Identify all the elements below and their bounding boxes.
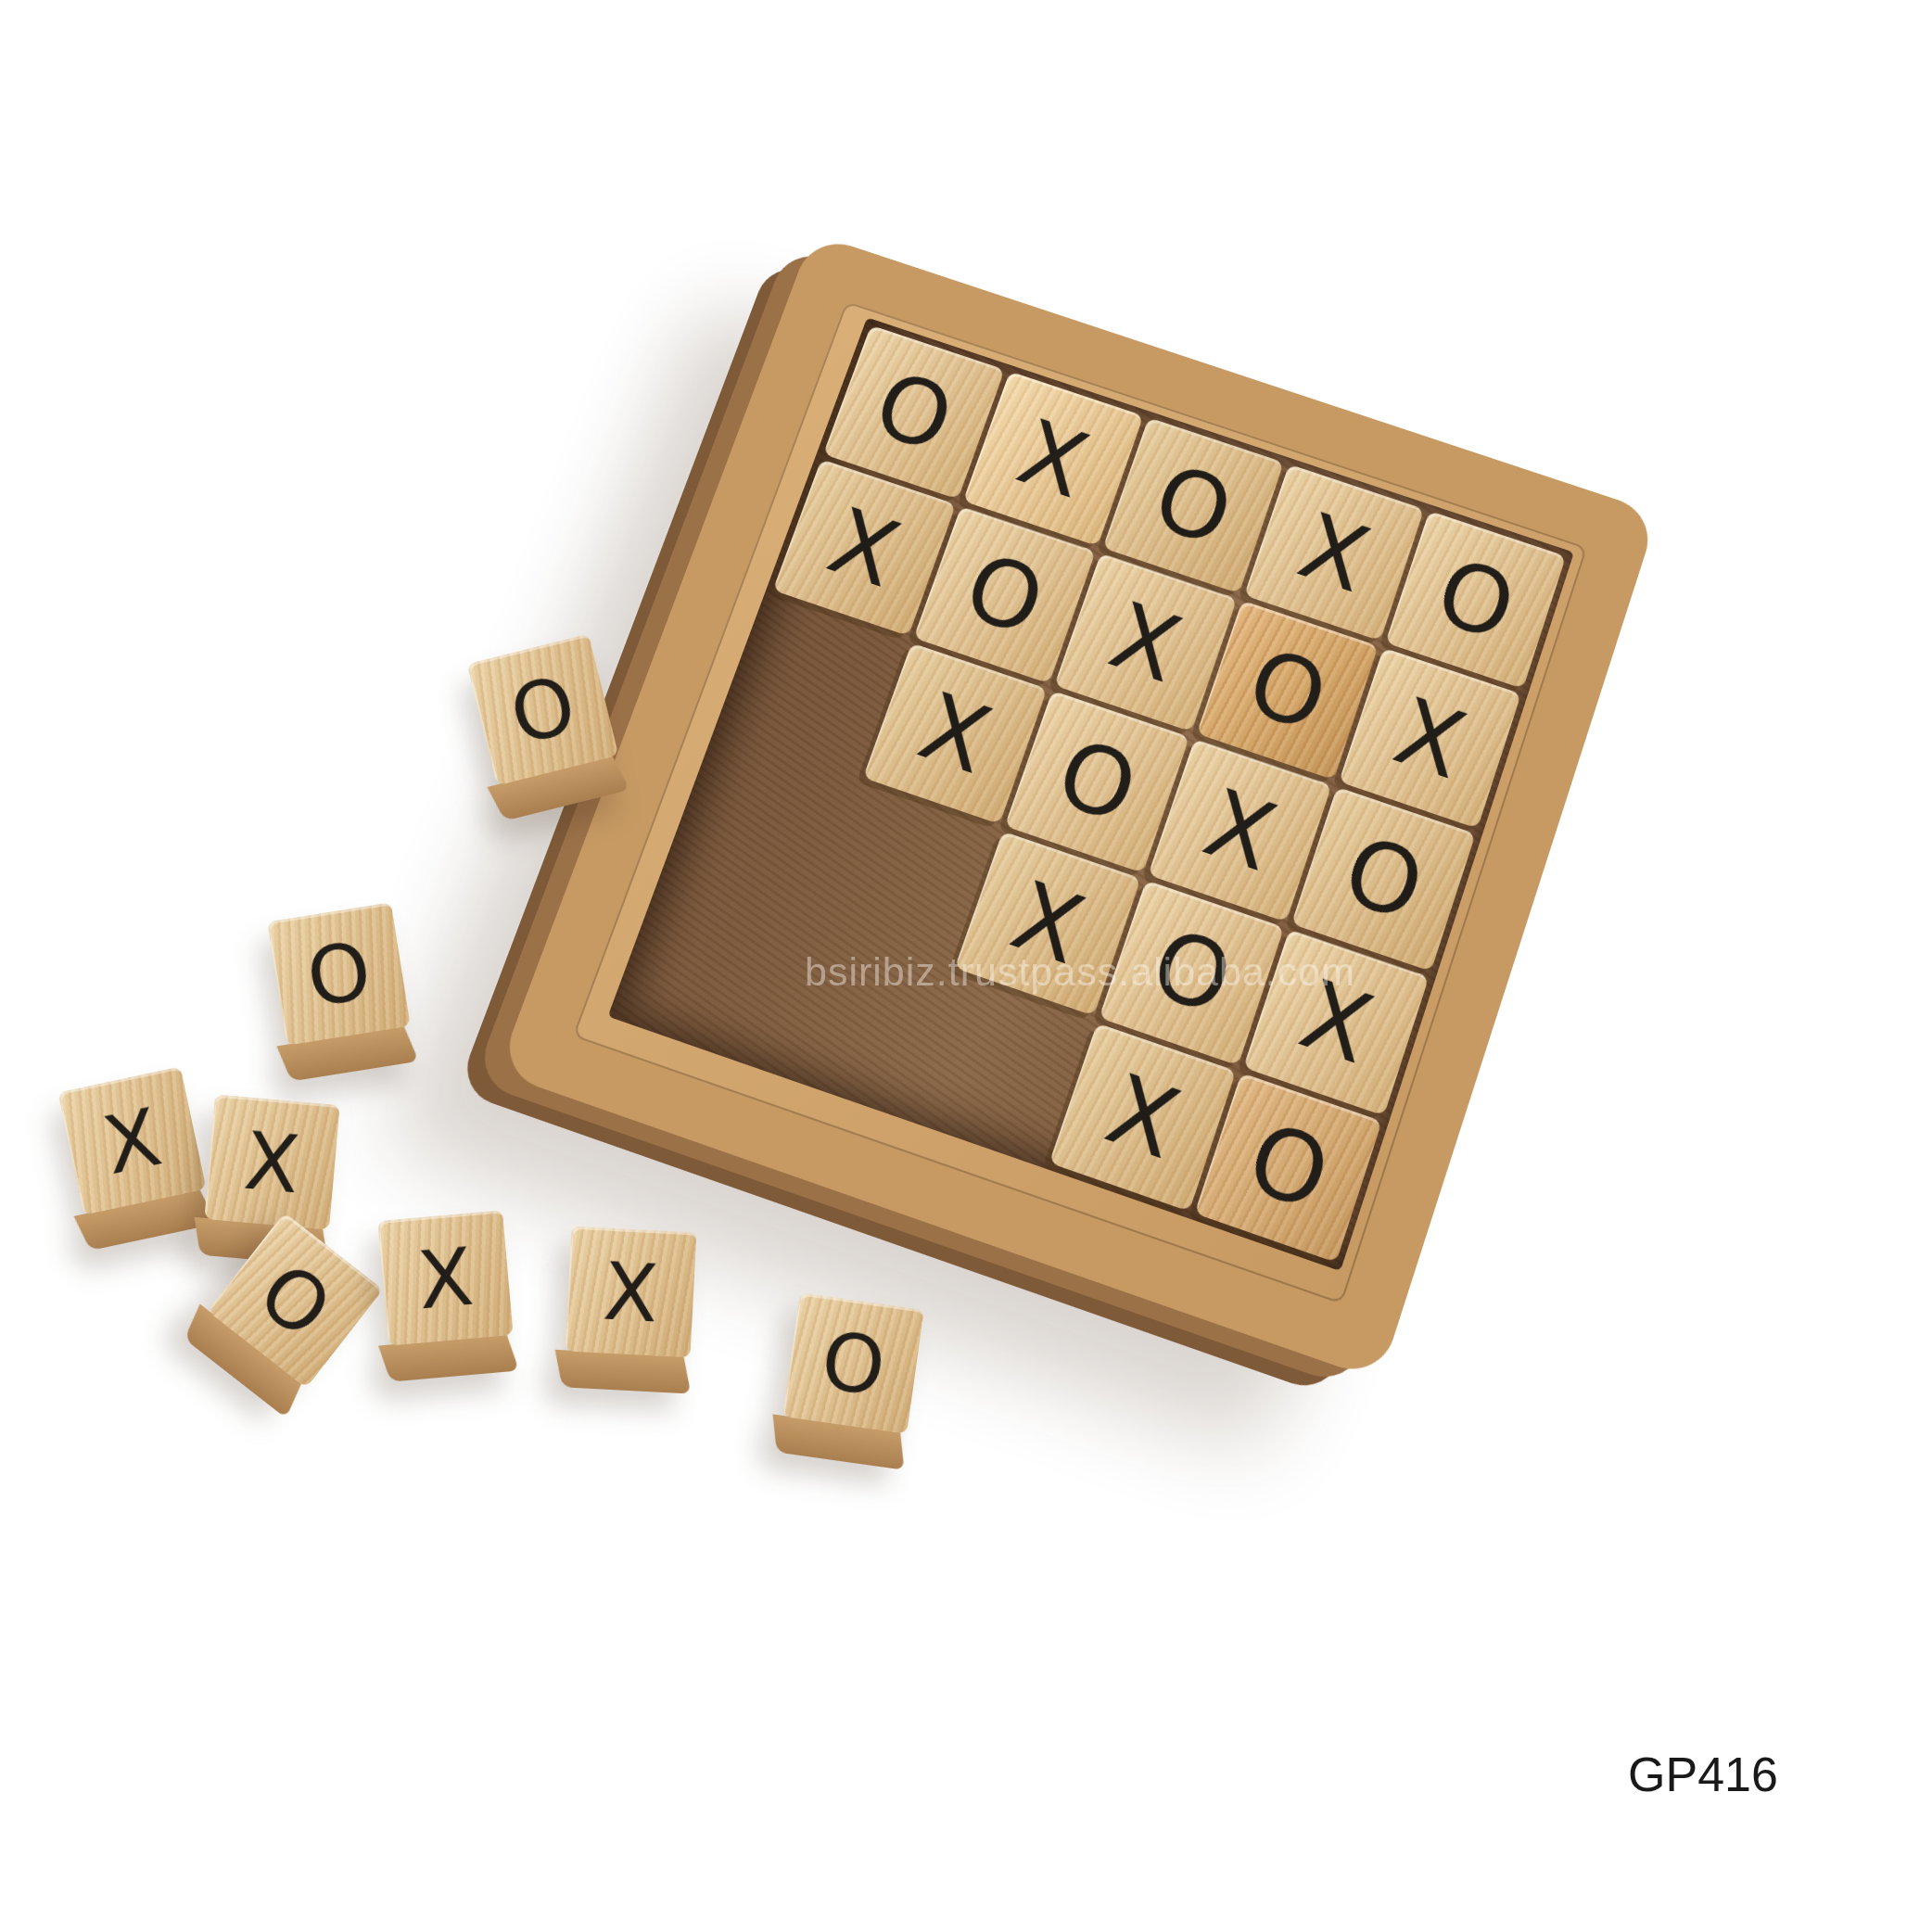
cube-top-face: X [377, 1210, 513, 1345]
loose-cube-8[interactable]: O [782, 1292, 923, 1433]
loose-cube-2[interactable]: O [267, 902, 410, 1045]
loose-cube-7[interactable]: X [566, 1227, 697, 1358]
loose-cube-4[interactable]: X [204, 1094, 339, 1229]
loose-cube-6[interactable]: X [377, 1210, 513, 1345]
cube-top-face: X [57, 1066, 206, 1214]
cube-top-face: O [782, 1292, 923, 1433]
watermark-text: bsiribiz.trustpass.alibaba.com [783, 949, 1377, 995]
loose-cube-3[interactable]: X [57, 1066, 206, 1214]
cube-top-face: O [267, 902, 410, 1045]
board-grid: O X O X O X O X O X X O X O [608, 317, 1574, 1271]
product-code-label: GP416 [1628, 1747, 1778, 1802]
cube-top-face: X [566, 1227, 697, 1358]
photo-stage: O X O X O X O X O X X O X O [0, 0, 1932, 1932]
board-floor: O X O X O X O X O X X O X O [608, 317, 1574, 1271]
cube-top-face: X [204, 1094, 339, 1229]
